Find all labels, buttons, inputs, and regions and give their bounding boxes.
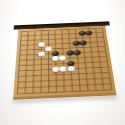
board-grid-lines (13, 26, 116, 97)
go-board[interactable] (13, 26, 116, 97)
board-perspective-wrapper (13, 21, 116, 99)
photo-background (0, 0, 125, 125)
white-stone[interactable] (67, 66, 75, 72)
white-stone[interactable] (38, 42, 45, 47)
